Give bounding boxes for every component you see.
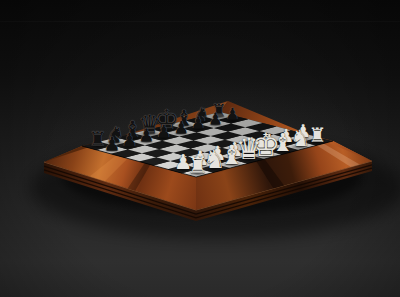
piece-black-pawn: ♟ xyxy=(139,127,155,145)
piece-contact-shadow xyxy=(191,163,209,168)
piece-black-queen: ♛ xyxy=(138,112,161,137)
piece-contact-shadow xyxy=(104,148,121,153)
piece-contact-shadow xyxy=(105,140,124,146)
piece-contact-shadow xyxy=(220,161,244,168)
piece-contact-shadow xyxy=(156,136,171,140)
piece-black-pawn: ♟ xyxy=(191,115,206,131)
piece-white-king: ♚ xyxy=(252,129,281,161)
piece-black-knight: ♞ xyxy=(193,105,210,124)
piece-contact-shadow xyxy=(154,126,179,133)
piece-white-pawn: ♟ xyxy=(174,152,192,172)
piece-black-pawn: ♟ xyxy=(121,131,137,149)
piece-black-pawn: ♟ xyxy=(208,111,222,127)
piece-black-pawn: ♟ xyxy=(156,123,171,140)
piece-contact-shadow xyxy=(191,127,206,131)
piece-contact-shadow xyxy=(308,140,326,145)
piece-white-knight: ♞ xyxy=(203,148,225,173)
piece-contact-shadow xyxy=(121,144,137,149)
piece-white-knight: ♞ xyxy=(290,127,310,150)
piece-black-rook: ♜ xyxy=(211,102,226,119)
piece-contact-shadow xyxy=(226,154,243,159)
piece-white-rook: ♜ xyxy=(308,125,326,145)
piece-contact-shadow xyxy=(173,131,188,135)
piece-contact-shadow xyxy=(243,150,260,155)
piece-black-pawn: ♟ xyxy=(226,107,240,123)
piece-contact-shadow xyxy=(209,159,227,164)
piece-white-pawn: ♟ xyxy=(295,123,311,141)
piece-contact-shadow xyxy=(290,144,310,150)
piece-contact-shadow xyxy=(193,119,210,124)
piece-white-pawn: ♟ xyxy=(226,140,243,159)
piece-contact-shadow xyxy=(226,119,240,123)
piece-white-pawn: ♟ xyxy=(209,144,227,164)
piece-contact-shadow xyxy=(174,123,193,129)
piece-white-queen: ♛ xyxy=(236,135,262,164)
piece-white-bishop: ♝ xyxy=(220,142,244,169)
piece-contact-shadow xyxy=(236,157,262,165)
piece-contact-shadow xyxy=(252,152,281,160)
piece-black-knight: ♞ xyxy=(105,124,124,146)
piece-black-bishop: ♝ xyxy=(174,107,193,128)
piece-white-pawn: ♟ xyxy=(191,148,209,168)
pieces-layer: ♜♟♞♟♝♟♚♟♛♟♝♟♟♜♞♟♟♜♞♟♟♝♟♚♟♛♟♝♟♞♟♜ xyxy=(0,0,400,297)
piece-contact-shadow xyxy=(208,123,222,127)
piece-contact-shadow xyxy=(203,166,225,172)
piece-white-rook: ♜ xyxy=(187,154,208,177)
piece-black-pawn: ♟ xyxy=(173,119,188,136)
piece-black-king: ♚ xyxy=(154,106,178,133)
piece-white-pawn: ♟ xyxy=(243,136,260,155)
piece-black-rook: ♜ xyxy=(89,129,107,149)
piece-contact-shadow xyxy=(138,131,161,138)
piece-contact-shadow xyxy=(89,144,107,149)
piece-white-bishop: ♝ xyxy=(272,130,294,155)
piece-contact-shadow xyxy=(278,141,294,146)
piece-black-pawn: ♟ xyxy=(104,135,121,153)
piece-contact-shadow xyxy=(272,148,295,155)
piece-contact-shadow xyxy=(187,171,208,177)
render-stage: ♜♟♞♟♝♟♚♟♛♟♝♟♟♜♞♟♟♜♞♟♟♝♟♚♟♛♟♝♟♞♟♜ xyxy=(0,0,400,297)
piece-white-pawn: ♟ xyxy=(278,127,294,145)
piece-black-bishop: ♝ xyxy=(122,118,143,141)
piece-contact-shadow xyxy=(295,137,311,142)
piece-contact-shadow xyxy=(122,135,143,141)
piece-contact-shadow xyxy=(174,167,192,172)
piece-white-pawn: ♟ xyxy=(261,132,278,150)
piece-contact-shadow xyxy=(139,140,155,145)
piece-contact-shadow xyxy=(211,115,226,119)
piece-contact-shadow xyxy=(261,145,278,150)
